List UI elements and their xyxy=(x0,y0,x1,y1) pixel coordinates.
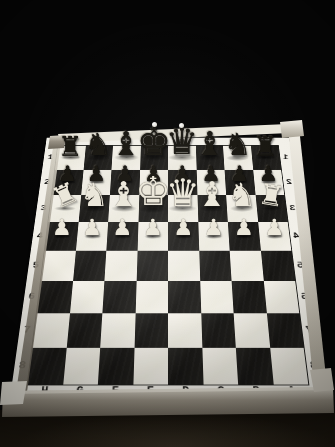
file-labels-bottom: HGFEDCBA xyxy=(26,385,310,398)
square-b7 xyxy=(234,313,270,347)
square-e3 xyxy=(138,195,168,222)
square-a1 xyxy=(251,146,282,170)
square-b4 xyxy=(228,222,261,251)
square-g8 xyxy=(63,348,100,385)
coord-label: 4 xyxy=(288,222,306,251)
coord-label: B xyxy=(222,138,250,146)
square-a6 xyxy=(263,281,299,313)
square-c2 xyxy=(196,170,226,195)
coord-label: H xyxy=(58,138,86,146)
square-e1 xyxy=(140,146,168,170)
square-g7 xyxy=(66,313,102,347)
square-g4 xyxy=(76,222,109,251)
coord-label: H xyxy=(26,385,63,398)
square-b5 xyxy=(230,251,264,281)
square-c7 xyxy=(201,313,236,347)
square-h4 xyxy=(45,222,79,251)
square-g6 xyxy=(70,281,105,313)
square-f3 xyxy=(108,195,139,222)
square-c6 xyxy=(200,281,234,313)
square-f6 xyxy=(102,281,136,313)
square-f2 xyxy=(110,170,140,195)
coord-label: 5 xyxy=(291,251,309,281)
coord-label: C xyxy=(195,138,223,146)
coord-label: G xyxy=(62,385,98,398)
square-a4 xyxy=(258,222,292,251)
square-d2 xyxy=(168,170,197,195)
square-e5 xyxy=(136,251,168,281)
coord-label: E xyxy=(133,385,169,398)
square-f1 xyxy=(111,146,140,170)
square-c3 xyxy=(197,195,228,222)
coord-label: E xyxy=(140,138,168,146)
square-h6 xyxy=(37,281,73,313)
frame-corner-top-right xyxy=(280,120,304,138)
square-a5 xyxy=(260,251,295,281)
board-grid xyxy=(28,146,309,385)
photo-scene: HGFEDCBA HGFEDCBA 12345678 12345678 ♜♞♝♚… xyxy=(0,0,335,447)
square-c1 xyxy=(196,146,225,170)
square-e8 xyxy=(133,348,168,385)
square-g5 xyxy=(73,251,107,281)
square-f7 xyxy=(100,313,135,347)
square-c8 xyxy=(202,348,238,385)
square-b8 xyxy=(236,348,273,385)
square-f8 xyxy=(98,348,134,385)
square-d7 xyxy=(168,313,202,347)
square-h1 xyxy=(55,146,86,170)
coord-label: D xyxy=(168,138,196,146)
coord-label: B xyxy=(238,385,274,398)
white-finial xyxy=(179,123,184,128)
white-finial xyxy=(152,122,157,127)
square-b3 xyxy=(226,195,258,222)
coord-label: 1 xyxy=(278,146,294,170)
coord-label: 2 xyxy=(281,170,297,195)
coord-label: 7 xyxy=(299,313,319,347)
square-b2 xyxy=(225,170,256,195)
square-g1 xyxy=(83,146,113,170)
coord-label: 6 xyxy=(295,281,314,313)
square-h7 xyxy=(32,313,69,347)
square-c4 xyxy=(198,222,230,251)
square-g2 xyxy=(81,170,112,195)
square-b1 xyxy=(223,146,253,170)
square-e4 xyxy=(137,222,168,251)
square-h8 xyxy=(28,348,67,385)
square-b6 xyxy=(232,281,267,313)
coord-label: F xyxy=(113,138,141,146)
square-f5 xyxy=(104,251,137,281)
square-a3 xyxy=(255,195,287,222)
square-d8 xyxy=(168,348,203,385)
square-d4 xyxy=(168,222,199,251)
file-labels-top: HGFEDCBA xyxy=(58,138,278,146)
square-h5 xyxy=(41,251,76,281)
square-a7 xyxy=(266,313,303,347)
coord-label: A xyxy=(250,138,278,146)
square-e7 xyxy=(134,313,168,347)
chess-board: HGFEDCBA HGFEDCBA 12345678 12345678 xyxy=(10,138,326,398)
coord-label: 3 xyxy=(284,195,301,222)
square-a2 xyxy=(253,170,284,195)
square-f4 xyxy=(106,222,138,251)
square-h3 xyxy=(48,195,80,222)
square-d6 xyxy=(168,281,201,313)
coord-label: C xyxy=(203,385,239,398)
square-h2 xyxy=(52,170,83,195)
square-e6 xyxy=(135,281,168,313)
coord-label: A xyxy=(273,385,310,398)
square-a8 xyxy=(270,348,309,385)
coord-label: G xyxy=(85,138,113,146)
coord-label: D xyxy=(168,385,204,398)
square-e2 xyxy=(139,170,168,195)
square-c5 xyxy=(199,251,232,281)
coord-label: 8 xyxy=(304,348,324,385)
square-d1 xyxy=(168,146,196,170)
square-d5 xyxy=(168,251,200,281)
coord-label: F xyxy=(97,385,133,398)
floor xyxy=(0,410,335,447)
square-g3 xyxy=(78,195,110,222)
square-d3 xyxy=(168,195,198,222)
